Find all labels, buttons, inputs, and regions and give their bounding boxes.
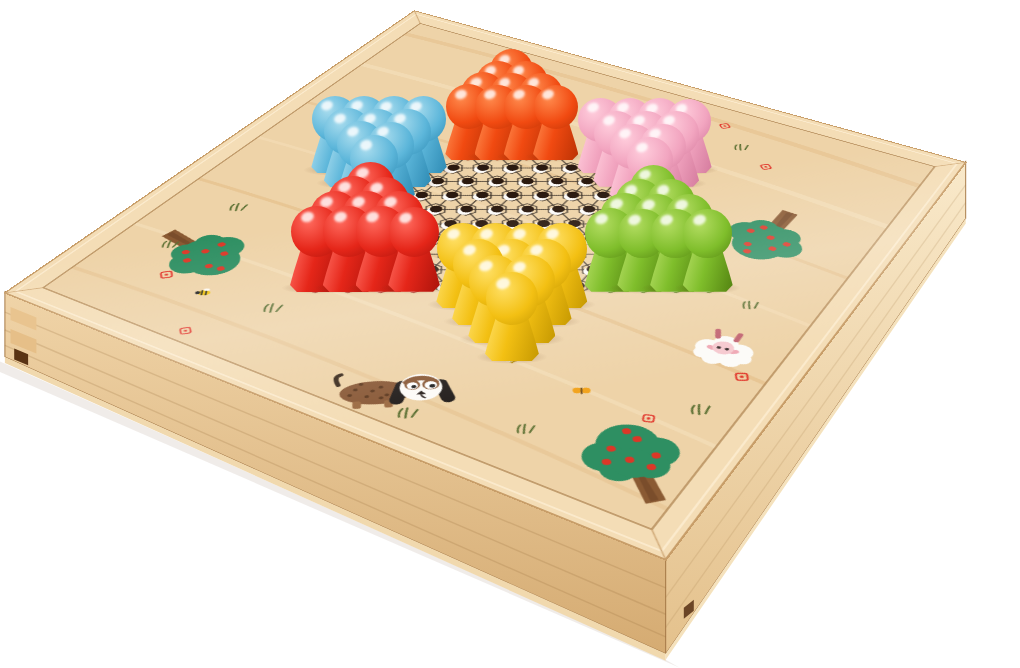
green-peg[interactable]	[682, 209, 733, 291]
yellow-peg[interactable]	[485, 272, 540, 361]
red-peg[interactable]	[388, 207, 441, 292]
board-game-scene	[0, 0, 1020, 668]
orange-peg[interactable]	[533, 85, 579, 160]
